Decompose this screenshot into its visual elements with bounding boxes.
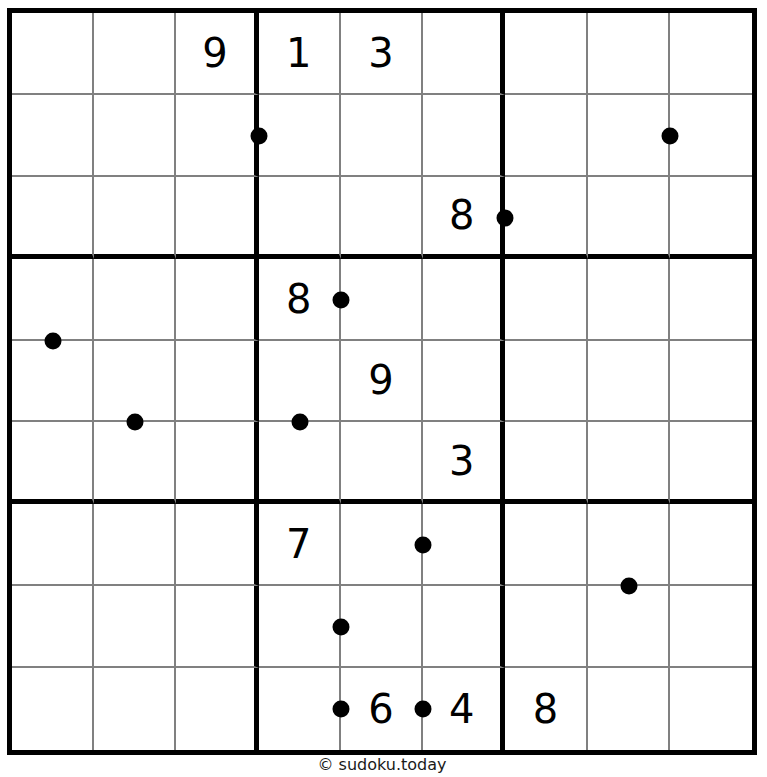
consecutive-dot xyxy=(497,209,514,226)
cell-r7c4[interactable]: 7 xyxy=(259,504,341,586)
given-digit: 7 xyxy=(286,524,311,564)
cell-r3c8[interactable] xyxy=(588,177,670,259)
consecutive-dot xyxy=(332,701,349,718)
cell-r5c7[interactable] xyxy=(505,341,587,423)
cell-r9c3[interactable] xyxy=(176,668,258,750)
cell-r1c9[interactable] xyxy=(670,13,752,95)
cell-r8c8[interactable] xyxy=(588,586,670,668)
given-digit: 3 xyxy=(449,441,474,481)
cell-r7c9[interactable] xyxy=(670,504,752,586)
cell-r5c4[interactable] xyxy=(259,341,341,423)
consecutive-dot xyxy=(332,291,349,308)
cell-r4c7[interactable] xyxy=(505,259,587,341)
cell-r9c5[interactable]: 6 xyxy=(341,668,423,750)
cell-r3c9[interactable] xyxy=(670,177,752,259)
cell-r6c8[interactable] xyxy=(588,422,670,504)
consecutive-dot xyxy=(620,578,637,595)
cell-r9c7[interactable]: 8 xyxy=(505,668,587,750)
cell-r7c1[interactable] xyxy=(12,504,94,586)
given-digit: 9 xyxy=(202,33,227,73)
cell-r9c1[interactable] xyxy=(12,668,94,750)
cell-r3c2[interactable] xyxy=(94,177,176,259)
consecutive-dot xyxy=(332,619,349,636)
given-digit: 8 xyxy=(286,279,311,319)
cell-r7c8[interactable] xyxy=(588,504,670,586)
cell-r1c4[interactable]: 1 xyxy=(259,13,341,95)
cell-r6c1[interactable] xyxy=(12,422,94,504)
cell-r3c1[interactable] xyxy=(12,177,94,259)
consecutive-dot xyxy=(127,414,144,431)
consecutive-dot xyxy=(291,414,308,431)
cell-r3c7[interactable] xyxy=(505,177,587,259)
given-digit: 1 xyxy=(286,33,311,73)
cell-r8c2[interactable] xyxy=(94,586,176,668)
cell-r9c2[interactable] xyxy=(94,668,176,750)
cell-r6c5[interactable] xyxy=(341,422,423,504)
cell-r2c5[interactable] xyxy=(341,95,423,177)
cell-r6c7[interactable] xyxy=(505,422,587,504)
cell-r2c1[interactable] xyxy=(12,95,94,177)
cell-r3c5[interactable] xyxy=(341,177,423,259)
cell-r4c8[interactable] xyxy=(588,259,670,341)
cell-r1c7[interactable] xyxy=(505,13,587,95)
cell-r7c6[interactable] xyxy=(423,504,505,586)
cell-r9c9[interactable] xyxy=(670,668,752,750)
cell-r2c2[interactable] xyxy=(94,95,176,177)
cell-r5c2[interactable] xyxy=(94,341,176,423)
cell-r3c6[interactable]: 8 xyxy=(423,177,505,259)
cell-r2c8[interactable] xyxy=(588,95,670,177)
cell-r4c4[interactable]: 8 xyxy=(259,259,341,341)
given-digit: 9 xyxy=(368,360,393,400)
cell-r8c1[interactable] xyxy=(12,586,94,668)
site-credit: © sudoku.today xyxy=(7,755,757,774)
cell-r6c4[interactable] xyxy=(259,422,341,504)
cell-r8c6[interactable] xyxy=(423,586,505,668)
cell-r1c1[interactable] xyxy=(12,13,94,95)
cell-r5c8[interactable] xyxy=(588,341,670,423)
consecutive-dot xyxy=(45,332,62,349)
cell-r6c9[interactable] xyxy=(670,422,752,504)
consecutive-dot xyxy=(415,701,432,718)
cell-r1c8[interactable] xyxy=(588,13,670,95)
cell-r1c5[interactable]: 3 xyxy=(341,13,423,95)
cell-r3c4[interactable] xyxy=(259,177,341,259)
cell-r2c7[interactable] xyxy=(505,95,587,177)
cell-r1c3[interactable]: 9 xyxy=(176,13,258,95)
cell-r4c3[interactable] xyxy=(176,259,258,341)
cell-r8c3[interactable] xyxy=(176,586,258,668)
cell-r5c5[interactable]: 9 xyxy=(341,341,423,423)
cell-r8c9[interactable] xyxy=(670,586,752,668)
cell-r7c3[interactable] xyxy=(176,504,258,586)
consecutive-dot xyxy=(250,127,267,144)
cell-r3c3[interactable] xyxy=(176,177,258,259)
consecutive-dot xyxy=(415,537,432,554)
cell-r4c5[interactable] xyxy=(341,259,423,341)
cell-r5c3[interactable] xyxy=(176,341,258,423)
cell-r1c6[interactable] xyxy=(423,13,505,95)
cell-r6c2[interactable] xyxy=(94,422,176,504)
cell-r8c7[interactable] xyxy=(505,586,587,668)
sudoku-board: 91388937648 xyxy=(7,8,757,755)
given-digit: 8 xyxy=(449,195,474,235)
given-digit: 8 xyxy=(533,689,558,729)
cell-r5c1[interactable] xyxy=(12,341,94,423)
cell-r2c4[interactable] xyxy=(259,95,341,177)
cell-r9c6[interactable]: 4 xyxy=(423,668,505,750)
cell-r2c3[interactable] xyxy=(176,95,258,177)
cell-r5c9[interactable] xyxy=(670,341,752,423)
cell-r7c2[interactable] xyxy=(94,504,176,586)
consecutive-dot xyxy=(661,127,678,144)
cell-r5c6[interactable] xyxy=(423,341,505,423)
cell-r9c8[interactable] xyxy=(588,668,670,750)
cell-r4c2[interactable] xyxy=(94,259,176,341)
cell-r8c4[interactable] xyxy=(259,586,341,668)
cell-r2c6[interactable] xyxy=(423,95,505,177)
cell-r6c6[interactable]: 3 xyxy=(423,422,505,504)
cell-r4c1[interactable] xyxy=(12,259,94,341)
cell-r9c4[interactable] xyxy=(259,668,341,750)
cell-r1c2[interactable] xyxy=(94,13,176,95)
cell-r4c6[interactable] xyxy=(423,259,505,341)
cell-r8c5[interactable] xyxy=(341,586,423,668)
cell-r7c5[interactable] xyxy=(341,504,423,586)
given-digit: 6 xyxy=(368,689,393,729)
cell-r6c3[interactable] xyxy=(176,422,258,504)
cell-r2c9[interactable] xyxy=(670,95,752,177)
cell-r7c7[interactable] xyxy=(505,504,587,586)
given-digit: 4 xyxy=(449,689,474,729)
cell-r4c9[interactable] xyxy=(670,259,752,341)
given-digit: 3 xyxy=(368,33,393,73)
